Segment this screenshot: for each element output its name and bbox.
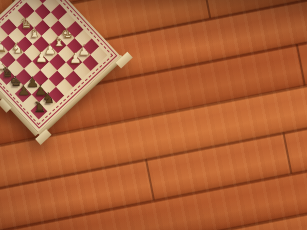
photo-scene: ♜♛♟♞♝♛♚♟♟♝♚♟♟♟♟♟♜♞ (0, 0, 307, 230)
plank-end-joint (145, 159, 155, 201)
plank-end-joint (282, 132, 292, 174)
